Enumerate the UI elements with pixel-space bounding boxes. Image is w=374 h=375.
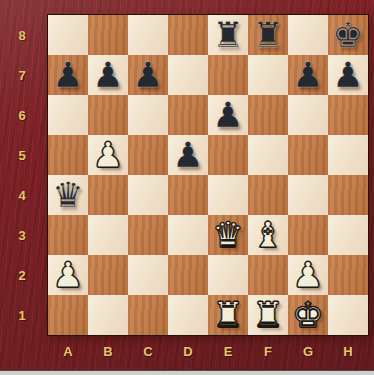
piece-black-pawn-a7[interactable]: ♟	[52, 55, 83, 95]
square-a6[interactable]	[48, 95, 88, 135]
square-b7[interactable]: ♟	[88, 55, 128, 95]
file-label-g: G	[288, 335, 328, 368]
piece-black-king-h8[interactable]: ♚	[332, 15, 363, 55]
square-h7[interactable]: ♟	[328, 55, 368, 95]
window-edge	[0, 370, 374, 375]
file-label-b: B	[88, 335, 128, 368]
file-label-f: F	[248, 335, 288, 368]
chess-board-frame: 87654321 ♜♜♚♟♟♟♟♟♟♟♟♛♛♝♟♟♜♜♚ ABCDEFGH	[0, 0, 374, 375]
square-c2[interactable]	[128, 255, 168, 295]
square-h1[interactable]	[328, 295, 368, 335]
square-g3[interactable]	[288, 215, 328, 255]
file-label-e: E	[208, 335, 248, 368]
square-f3[interactable]: ♝	[248, 215, 288, 255]
square-b6[interactable]	[88, 95, 128, 135]
square-e1[interactable]: ♜	[208, 295, 248, 335]
piece-white-pawn-b5[interactable]: ♟	[92, 135, 123, 175]
piece-white-queen-e3[interactable]: ♛	[212, 215, 243, 255]
square-g8[interactable]	[288, 15, 328, 55]
square-h8[interactable]: ♚	[328, 15, 368, 55]
file-label-d: D	[168, 335, 208, 368]
piece-black-pawn-b7[interactable]: ♟	[92, 55, 123, 95]
rank-label-7: 7	[0, 55, 44, 95]
file-label-a: A	[48, 335, 88, 368]
piece-black-queen-a4[interactable]: ♛	[52, 175, 83, 215]
square-c1[interactable]	[128, 295, 168, 335]
piece-white-pawn-g2[interactable]: ♟	[292, 255, 323, 295]
square-a7[interactable]: ♟	[48, 55, 88, 95]
piece-black-rook-e8[interactable]: ♜	[212, 15, 243, 55]
square-d5[interactable]: ♟	[168, 135, 208, 175]
square-g2[interactable]: ♟	[288, 255, 328, 295]
square-f6[interactable]	[248, 95, 288, 135]
rank-label-6: 6	[0, 95, 44, 135]
square-g4[interactable]	[288, 175, 328, 215]
square-a8[interactable]	[48, 15, 88, 55]
rank-label-3: 3	[0, 215, 44, 255]
square-d6[interactable]	[168, 95, 208, 135]
square-c5[interactable]	[128, 135, 168, 175]
square-a1[interactable]	[48, 295, 88, 335]
square-d4[interactable]	[168, 175, 208, 215]
file-labels: ABCDEFGH	[48, 335, 368, 368]
square-g7[interactable]: ♟	[288, 55, 328, 95]
piece-white-bishop-f3[interactable]: ♝	[252, 215, 283, 255]
square-d1[interactable]	[168, 295, 208, 335]
piece-white-pawn-a2[interactable]: ♟	[52, 255, 83, 295]
piece-white-rook-f1[interactable]: ♜	[252, 295, 283, 335]
square-h4[interactable]	[328, 175, 368, 215]
rank-label-5: 5	[0, 135, 44, 175]
square-b5[interactable]: ♟	[88, 135, 128, 175]
square-b8[interactable]	[88, 15, 128, 55]
square-g1[interactable]: ♚	[288, 295, 328, 335]
square-c4[interactable]	[128, 175, 168, 215]
square-f2[interactable]	[248, 255, 288, 295]
square-e2[interactable]	[208, 255, 248, 295]
rank-label-8: 8	[0, 15, 44, 55]
piece-black-pawn-h7[interactable]: ♟	[332, 55, 363, 95]
square-h6[interactable]	[328, 95, 368, 135]
square-c7[interactable]: ♟	[128, 55, 168, 95]
square-c3[interactable]	[128, 215, 168, 255]
square-c8[interactable]	[128, 15, 168, 55]
square-b4[interactable]	[88, 175, 128, 215]
file-label-c: C	[128, 335, 168, 368]
square-d7[interactable]	[168, 55, 208, 95]
square-a2[interactable]: ♟	[48, 255, 88, 295]
square-h5[interactable]	[328, 135, 368, 175]
square-e8[interactable]: ♜	[208, 15, 248, 55]
piece-black-pawn-g7[interactable]: ♟	[292, 55, 323, 95]
square-e3[interactable]: ♛	[208, 215, 248, 255]
rank-label-4: 4	[0, 175, 44, 215]
square-b3[interactable]	[88, 215, 128, 255]
piece-white-king-g1[interactable]: ♚	[292, 295, 323, 335]
square-h2[interactable]	[328, 255, 368, 295]
square-b2[interactable]	[88, 255, 128, 295]
square-a3[interactable]	[48, 215, 88, 255]
square-f1[interactable]: ♜	[248, 295, 288, 335]
piece-white-rook-e1[interactable]: ♜	[212, 295, 243, 335]
square-d2[interactable]	[168, 255, 208, 295]
square-f8[interactable]: ♜	[248, 15, 288, 55]
piece-black-pawn-d5[interactable]: ♟	[172, 135, 203, 175]
square-b1[interactable]	[88, 295, 128, 335]
piece-black-pawn-c7[interactable]: ♟	[132, 55, 163, 95]
square-c6[interactable]	[128, 95, 168, 135]
rank-labels: 87654321	[0, 15, 44, 335]
square-d3[interactable]	[168, 215, 208, 255]
square-h3[interactable]	[328, 215, 368, 255]
square-e6[interactable]: ♟	[208, 95, 248, 135]
chess-board: ♜♜♚♟♟♟♟♟♟♟♟♛♛♝♟♟♜♜♚	[48, 15, 368, 335]
square-e7[interactable]	[208, 55, 248, 95]
rank-label-1: 1	[0, 295, 44, 335]
square-e5[interactable]	[208, 135, 248, 175]
square-a5[interactable]	[48, 135, 88, 175]
square-a4[interactable]: ♛	[48, 175, 88, 215]
file-label-h: H	[328, 335, 368, 368]
square-g5[interactable]	[288, 135, 328, 175]
square-f5[interactable]	[248, 135, 288, 175]
piece-black-pawn-e6[interactable]: ♟	[212, 95, 243, 135]
rank-label-2: 2	[0, 255, 44, 295]
square-d8[interactable]	[168, 15, 208, 55]
square-g6[interactable]	[288, 95, 328, 135]
square-f7[interactable]	[248, 55, 288, 95]
square-f4[interactable]	[248, 175, 288, 215]
piece-black-rook-f8[interactable]: ♜	[252, 15, 283, 55]
square-e4[interactable]	[208, 175, 248, 215]
